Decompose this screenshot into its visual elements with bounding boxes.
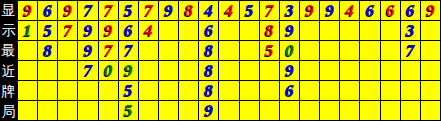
cell-r3-c11 <box>219 41 238 60</box>
cell-r3-c4: 9 <box>78 41 97 60</box>
sidebar-char-2: 示 <box>2 20 16 40</box>
cell-r3-c13: 5 <box>260 41 279 60</box>
cell-r6-c13 <box>260 101 279 120</box>
cell-r5-c10: 8 <box>199 81 218 100</box>
cell-r1-c13: 7 <box>260 1 279 20</box>
cell-r5-c5 <box>99 81 118 100</box>
cell-r2-c15 <box>300 21 319 40</box>
cell-r5-c11 <box>219 81 238 100</box>
cell-r3-c17 <box>340 41 359 60</box>
cell-r2-c14: 9 <box>280 21 299 40</box>
cell-r5-c4 <box>78 81 97 100</box>
cell-r4-c3 <box>58 61 77 80</box>
cell-r2-c13: 8 <box>260 21 279 40</box>
cell-r5-c16 <box>320 81 339 100</box>
cell-r1-c14: 3 <box>280 1 299 20</box>
cell-r4-c13 <box>260 61 279 80</box>
sidebar-char-6: 局 <box>2 101 16 121</box>
cell-r3-c6: 7 <box>119 41 138 60</box>
cell-r6-c6: 5 <box>119 101 138 120</box>
cell-r2-c4: 9 <box>78 21 97 40</box>
sidebar-char-1: 显 <box>2 0 16 20</box>
cell-r2-c8 <box>159 21 178 40</box>
sidebar-vertical-title: 显 示 最 近 牌 局 <box>0 0 17 121</box>
cell-r5-c12 <box>240 81 259 100</box>
cell-r3-c20: 7 <box>401 41 420 60</box>
cell-r1-c2: 6 <box>38 1 57 20</box>
cell-r2-c11 <box>219 21 238 40</box>
cell-r3-c10: 8 <box>199 41 218 60</box>
cell-r3-c3 <box>58 41 77 60</box>
cell-r4-c12 <box>240 61 259 80</box>
cell-r3-c16 <box>320 41 339 60</box>
cell-r6-c8 <box>159 101 178 120</box>
cell-r5-c6: 5 <box>119 81 138 100</box>
cell-r1-c12: 5 <box>240 1 259 20</box>
cell-r1-c4: 7 <box>78 1 97 20</box>
cell-r4-c4: 7 <box>78 61 97 80</box>
cell-r4-c2 <box>38 61 57 80</box>
cell-r2-c16 <box>320 21 339 40</box>
cell-r1-c7: 7 <box>139 1 158 20</box>
cell-r2-c10: 6 <box>199 21 218 40</box>
cell-r1-c16: 9 <box>320 1 339 20</box>
cell-r4-c5: 0 <box>99 61 118 80</box>
cell-r1-c15: 9 <box>300 1 319 20</box>
cell-r6-c15 <box>300 101 319 120</box>
cell-r2-c1: 1 <box>18 21 37 40</box>
cell-r2-c20: 3 <box>401 21 420 40</box>
cell-r1-c10: 4 <box>199 1 218 20</box>
cell-r3-c21 <box>421 41 440 60</box>
cell-r5-c17 <box>340 81 359 100</box>
cell-r5-c2 <box>38 81 57 100</box>
cell-r3-c9 <box>179 41 198 60</box>
cell-r1-c5: 7 <box>99 1 118 20</box>
cell-r4-c19 <box>381 61 400 80</box>
cell-r1-c3: 9 <box>58 1 77 20</box>
cell-r1-c11: 4 <box>219 1 238 20</box>
cell-r3-c12 <box>240 41 259 60</box>
cell-r5-c13 <box>260 81 279 100</box>
results-grid: 9697757984457399466691579964689389778507… <box>17 0 441 121</box>
cell-r5-c9 <box>179 81 198 100</box>
cell-r1-c17: 4 <box>340 1 359 20</box>
cell-r1-c9: 8 <box>179 1 198 20</box>
cell-r3-c8 <box>159 41 178 60</box>
cell-r5-c1 <box>18 81 37 100</box>
cell-r6-c4 <box>78 101 97 120</box>
cell-r6-c16 <box>320 101 339 120</box>
cell-r1-c21: 9 <box>421 1 440 20</box>
cell-r1-c8: 9 <box>159 1 178 20</box>
cell-r5-c15 <box>300 81 319 100</box>
cell-r5-c18 <box>360 81 379 100</box>
cell-r2-c21 <box>421 21 440 40</box>
cell-r3-c14: 0 <box>280 41 299 60</box>
cell-r5-c3 <box>58 81 77 100</box>
cell-r3-c15 <box>300 41 319 60</box>
cell-r6-c3 <box>58 101 77 120</box>
cell-r2-c9 <box>179 21 198 40</box>
cell-r5-c14: 6 <box>280 81 299 100</box>
cell-r5-c20 <box>401 81 420 100</box>
cell-r6-c19 <box>381 101 400 120</box>
cell-r4-c10: 8 <box>199 61 218 80</box>
cell-r1-c19: 6 <box>381 1 400 20</box>
cell-r4-c18 <box>360 61 379 80</box>
cell-r6-c5 <box>99 101 118 120</box>
cell-r1-c18: 6 <box>360 1 379 20</box>
cell-r6-c10: 9 <box>199 101 218 120</box>
cell-r2-c3: 7 <box>58 21 77 40</box>
cell-r4-c1 <box>18 61 37 80</box>
cell-r6-c11 <box>219 101 238 120</box>
cell-r2-c12 <box>240 21 259 40</box>
cell-r2-c6: 6 <box>119 21 138 40</box>
cell-r6-c2 <box>38 101 57 120</box>
cell-r1-c20: 6 <box>401 1 420 20</box>
sidebar-char-5: 牌 <box>2 81 16 101</box>
cell-r2-c7: 4 <box>139 21 158 40</box>
cell-r4-c8 <box>159 61 178 80</box>
cell-r6-c7 <box>139 101 158 120</box>
cell-r6-c12 <box>240 101 259 120</box>
cell-r1-c6: 5 <box>119 1 138 20</box>
cell-r2-c2: 5 <box>38 21 57 40</box>
cell-r3-c18 <box>360 41 379 60</box>
cell-r6-c1 <box>18 101 37 120</box>
cell-r6-c17 <box>340 101 359 120</box>
cell-r4-c11 <box>219 61 238 80</box>
cell-r6-c14 <box>280 101 299 120</box>
cell-r6-c9 <box>179 101 198 120</box>
cell-r6-c20 <box>401 101 420 120</box>
cell-r1-c1: 9 <box>18 1 37 20</box>
cell-r3-c19 <box>381 41 400 60</box>
cell-r4-c6: 9 <box>119 61 138 80</box>
cell-r4-c21 <box>421 61 440 80</box>
cell-r4-c9 <box>179 61 198 80</box>
cell-r4-c20 <box>401 61 420 80</box>
cell-r5-c21 <box>421 81 440 100</box>
cell-r6-c18 <box>360 101 379 120</box>
cell-r4-c16 <box>320 61 339 80</box>
cell-r2-c18 <box>360 21 379 40</box>
cell-r4-c15 <box>300 61 319 80</box>
cell-r4-c17 <box>340 61 359 80</box>
cell-r6-c21 <box>421 101 440 120</box>
cell-r2-c19 <box>381 21 400 40</box>
cell-r3-c2: 8 <box>38 41 57 60</box>
cell-r4-c14: 9 <box>280 61 299 80</box>
sidebar-char-4: 近 <box>2 61 16 81</box>
cell-r2-c5: 9 <box>99 21 118 40</box>
cell-r5-c19 <box>381 81 400 100</box>
sidebar-char-3: 最 <box>2 40 16 60</box>
cell-r5-c8 <box>159 81 178 100</box>
cell-r3-c7 <box>139 41 158 60</box>
cell-r5-c7 <box>139 81 158 100</box>
cell-r3-c5: 7 <box>99 41 118 60</box>
cell-r3-c1 <box>18 41 37 60</box>
recent-results-board: 显 示 最 近 牌 局 9697757984457399466691579964… <box>0 0 441 121</box>
cell-r2-c17 <box>340 21 359 40</box>
cell-r4-c7 <box>139 61 158 80</box>
